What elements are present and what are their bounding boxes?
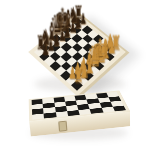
piece-white-pawn: ♟	[99, 33, 121, 49]
box-clasp	[58, 121, 67, 132]
chess-set-product-photo: ♜♞♝♛♚♝♞♜♟♟♟♟♟♟♟♟♟♟♟♟♟♟♟♟♜♞♝♛♚♝♞♜	[0, 0, 150, 150]
box-square	[44, 112, 56, 118]
square-e1: ♚	[94, 61, 105, 71]
box-square	[112, 105, 126, 111]
closed-chess-box	[29, 90, 130, 121]
square-f3	[88, 47, 99, 56]
box-square	[32, 113, 44, 119]
piece-black-rook: ♜	[67, 4, 89, 23]
piece-black-pawn: ♟	[73, 11, 95, 26]
box-square	[55, 111, 68, 117]
square-h1: ♜	[109, 47, 120, 56]
